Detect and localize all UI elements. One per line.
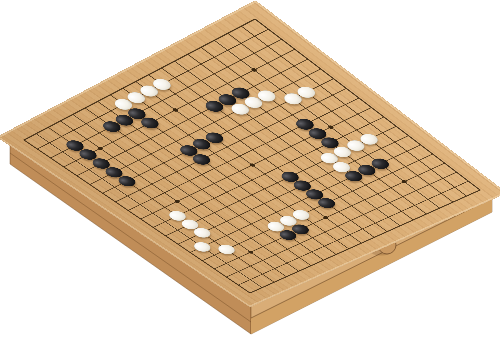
go-board-photo — [0, 0, 500, 346]
